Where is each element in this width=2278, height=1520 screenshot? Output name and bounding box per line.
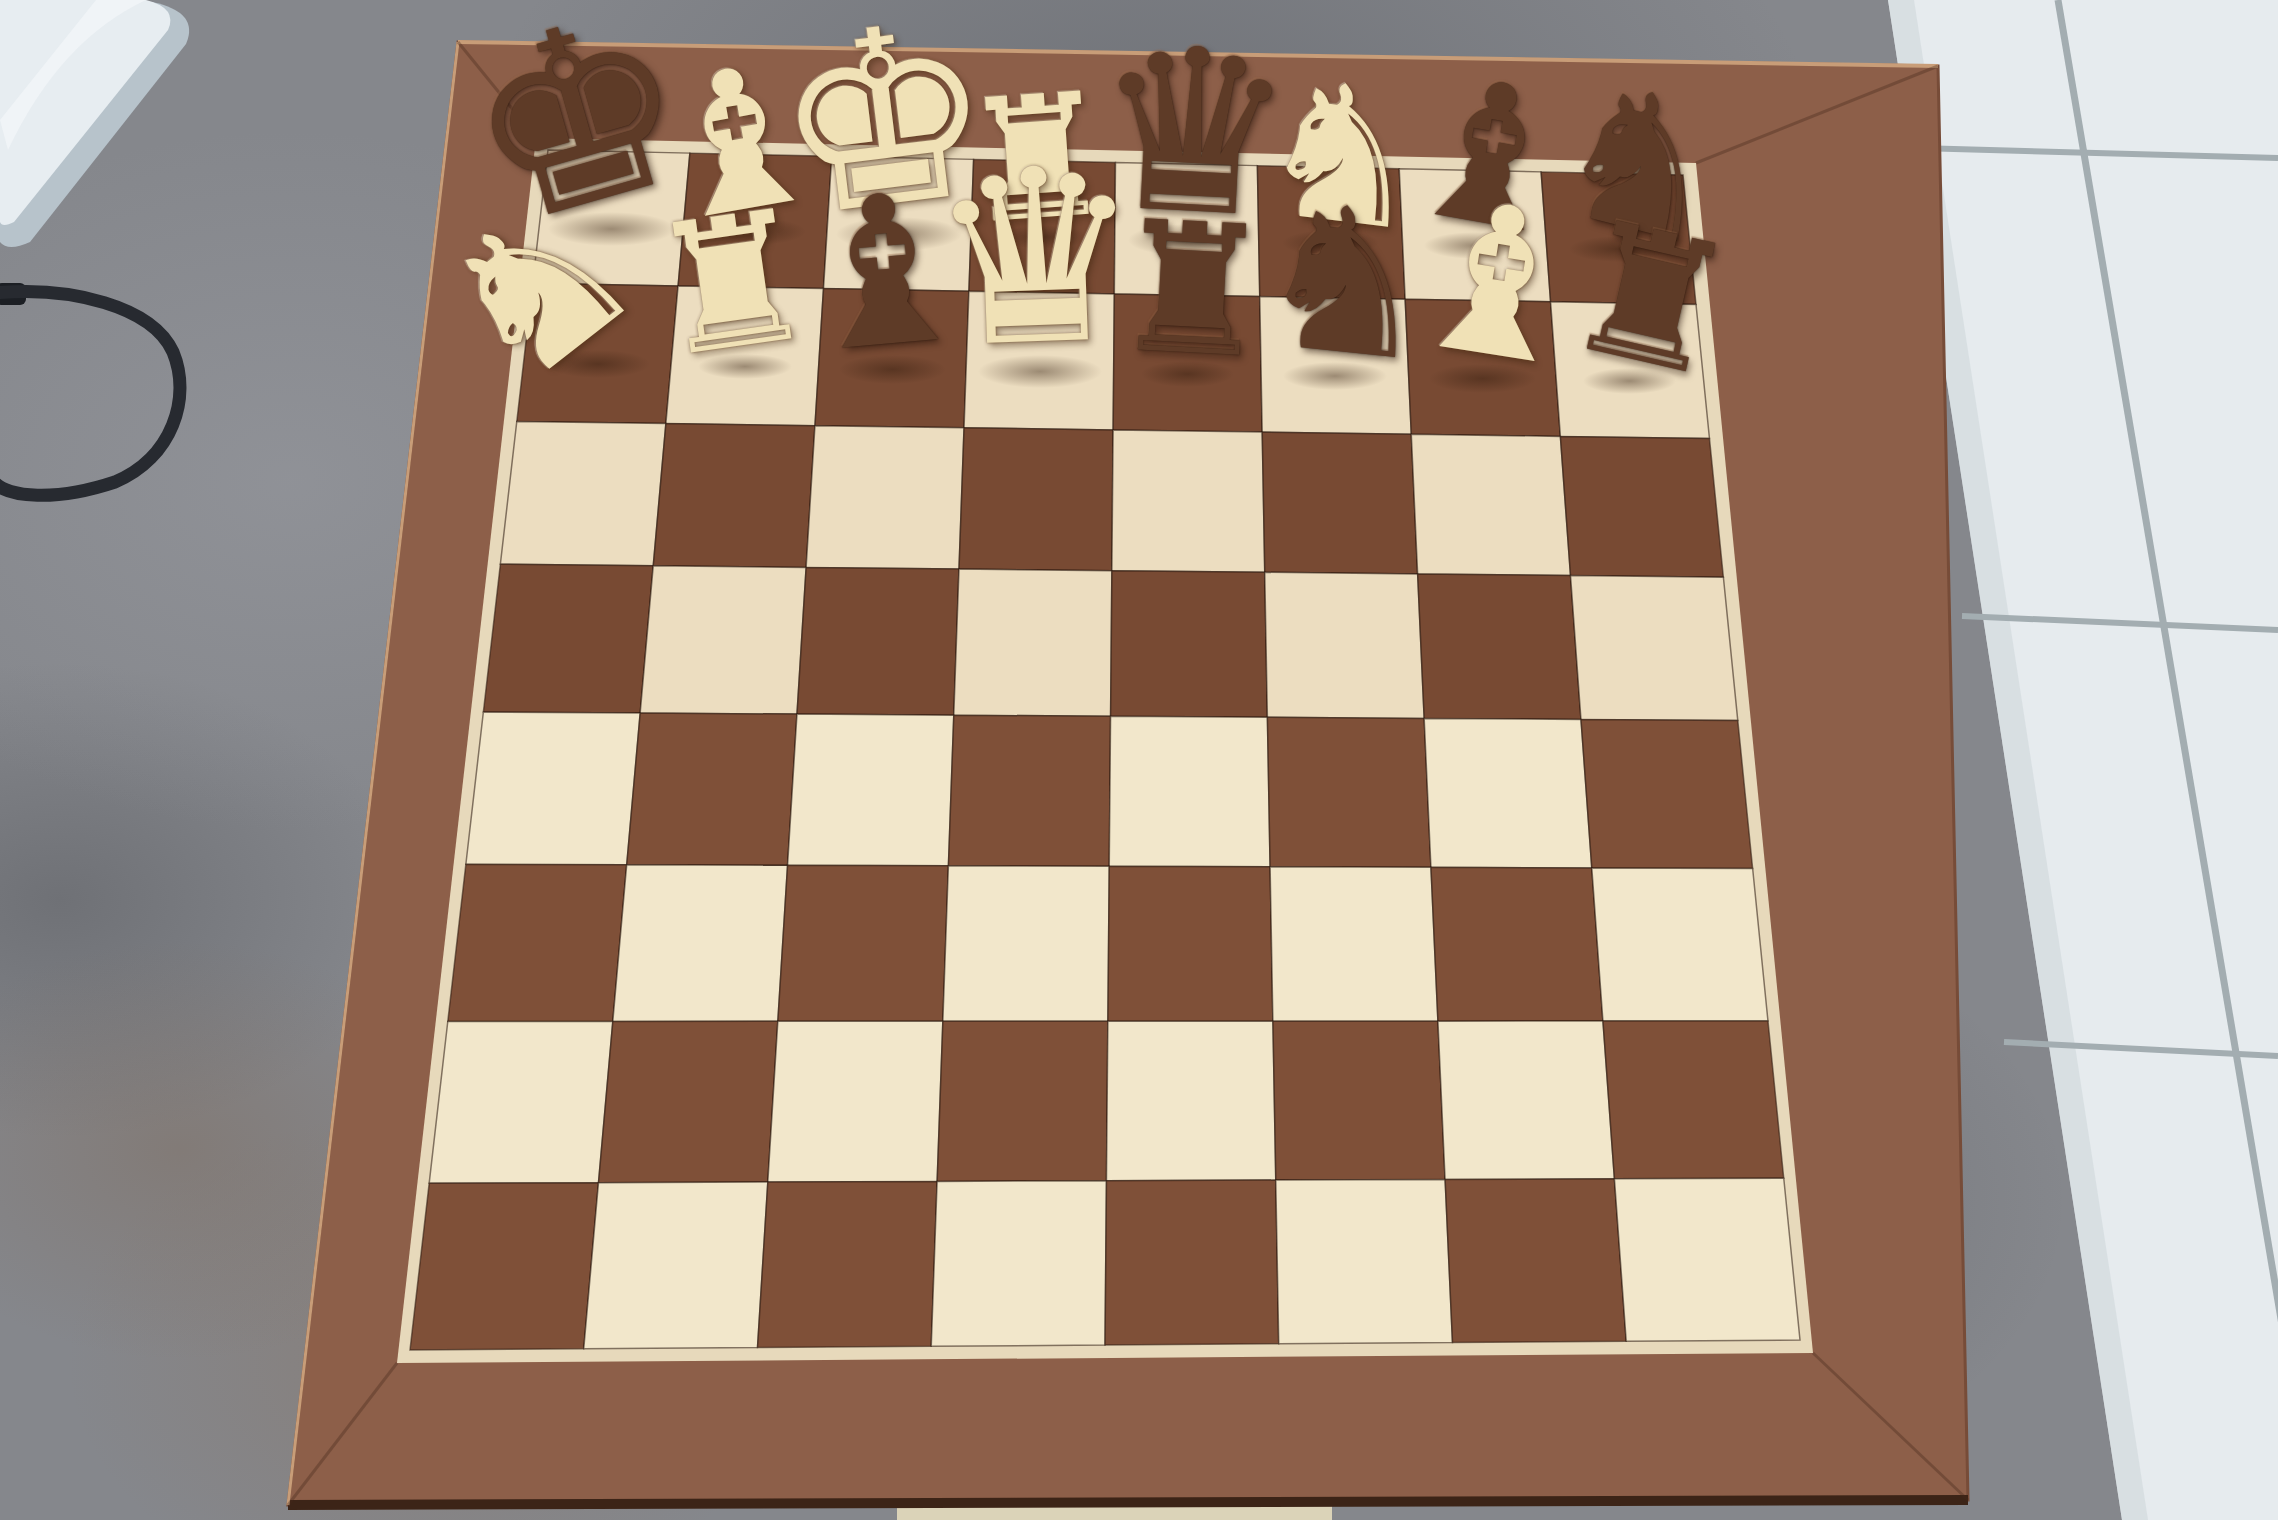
pieces-layer: ♚♝♚♜♛♞♝♞♞♜♝♛♜♞♝♜ xyxy=(0,0,2278,1520)
scene: ♚♝♚♜♛♞♝♞♞♜♝♛♜♞♝♜ xyxy=(0,0,2278,1520)
